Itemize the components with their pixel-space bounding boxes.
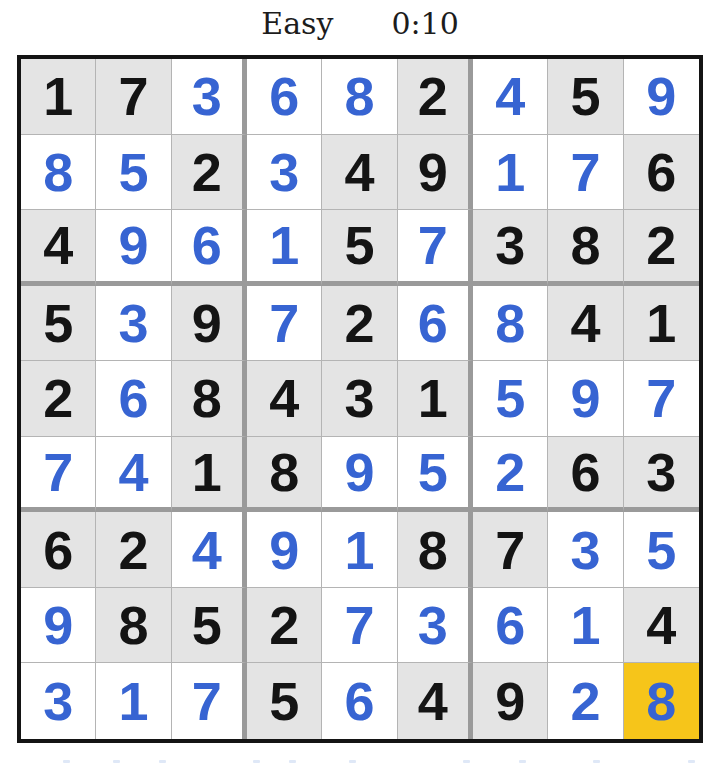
cell-r8c5[interactable]: 7: [322, 588, 397, 664]
cell-r6c4[interactable]: 8: [247, 437, 322, 513]
keypad-peek-mark: [159, 760, 166, 763]
cell-r1c6[interactable]: 2: [398, 59, 473, 135]
keypad-peek-mark: [688, 760, 695, 763]
difficulty-label: Easy: [261, 7, 333, 40]
cell-r9c5[interactable]: 6: [322, 663, 397, 739]
cell-r4c9[interactable]: 1: [624, 286, 699, 362]
cell-r9c6[interactable]: 4: [398, 663, 473, 739]
cell-r7c4[interactable]: 9: [247, 512, 322, 588]
cell-r9c3[interactable]: 7: [172, 663, 247, 739]
cell-r4c1[interactable]: 5: [21, 286, 96, 362]
cell-r7c2[interactable]: 2: [96, 512, 171, 588]
cell-r2c3[interactable]: 2: [172, 135, 247, 211]
cell-r2c9[interactable]: 6: [624, 135, 699, 211]
cell-r1c1[interactable]: 1: [21, 59, 96, 135]
cell-r4c5[interactable]: 2: [322, 286, 397, 362]
cell-r8c3[interactable]: 5: [172, 588, 247, 664]
cell-r3c6[interactable]: 7: [398, 210, 473, 286]
cell-r6c6[interactable]: 5: [398, 437, 473, 513]
sudoku-board: 1736824598523491764961573825397268412684…: [17, 55, 703, 743]
cell-r3c4[interactable]: 1: [247, 210, 322, 286]
cell-r1c5[interactable]: 8: [322, 59, 397, 135]
cell-r8c7[interactable]: 6: [473, 588, 548, 664]
cell-r2c6[interactable]: 9: [398, 135, 473, 211]
cell-r8c6[interactable]: 3: [398, 588, 473, 664]
cell-r5c9[interactable]: 7: [624, 361, 699, 437]
cell-r3c5[interactable]: 5: [322, 210, 397, 286]
timer: 0:10: [391, 7, 458, 40]
cell-r5c5[interactable]: 3: [322, 361, 397, 437]
cell-r4c4[interactable]: 7: [247, 286, 322, 362]
cell-r4c8[interactable]: 4: [548, 286, 623, 362]
cell-r5c3[interactable]: 8: [172, 361, 247, 437]
cell-r2c4[interactable]: 3: [247, 135, 322, 211]
cell-r7c7[interactable]: 7: [473, 512, 548, 588]
cell-r2c5[interactable]: 4: [322, 135, 397, 211]
cell-r5c7[interactable]: 5: [473, 361, 548, 437]
cell-r1c8[interactable]: 5: [548, 59, 623, 135]
cell-r3c7[interactable]: 3: [473, 210, 548, 286]
header-bar: Easy 0:10: [0, 7, 720, 40]
cell-r8c2[interactable]: 8: [96, 588, 171, 664]
cell-r6c3[interactable]: 1: [172, 437, 247, 513]
cell-r3c1[interactable]: 4: [21, 210, 96, 286]
cell-r1c9[interactable]: 9: [624, 59, 699, 135]
cell-r2c8[interactable]: 7: [548, 135, 623, 211]
cell-r7c6[interactable]: 8: [398, 512, 473, 588]
cell-r5c8[interactable]: 9: [548, 361, 623, 437]
keypad-peek-mark: [519, 760, 526, 763]
cell-r4c6[interactable]: 6: [398, 286, 473, 362]
cell-r9c1[interactable]: 3: [21, 663, 96, 739]
cell-r9c9[interactable]: 8: [624, 663, 699, 739]
keypad-peek-mark: [463, 760, 470, 763]
cell-r2c1[interactable]: 8: [21, 135, 96, 211]
cell-r3c9[interactable]: 2: [624, 210, 699, 286]
cell-r5c1[interactable]: 2: [21, 361, 96, 437]
cell-r1c2[interactable]: 7: [96, 59, 171, 135]
cell-r8c9[interactable]: 4: [624, 588, 699, 664]
cell-r8c8[interactable]: 1: [548, 588, 623, 664]
keypad-peek-mark: [113, 760, 120, 763]
cell-r6c9[interactable]: 3: [624, 437, 699, 513]
cell-r5c4[interactable]: 4: [247, 361, 322, 437]
cell-r9c7[interactable]: 9: [473, 663, 548, 739]
sudoku-app: Easy 0:10 173682459852349176496157382539…: [0, 0, 720, 767]
cell-r7c5[interactable]: 1: [322, 512, 397, 588]
cell-r7c1[interactable]: 6: [21, 512, 96, 588]
cell-r9c2[interactable]: 1: [96, 663, 171, 739]
cell-r6c1[interactable]: 7: [21, 437, 96, 513]
cell-r6c2[interactable]: 4: [96, 437, 171, 513]
keypad-peek-mark: [289, 760, 296, 763]
cell-r4c2[interactable]: 3: [96, 286, 171, 362]
cell-r2c2[interactable]: 5: [96, 135, 171, 211]
cell-r3c2[interactable]: 9: [96, 210, 171, 286]
cell-r6c5[interactable]: 9: [322, 437, 397, 513]
cell-r2c7[interactable]: 1: [473, 135, 548, 211]
cell-r8c4[interactable]: 2: [247, 588, 322, 664]
cell-r7c9[interactable]: 5: [624, 512, 699, 588]
keypad-peek-mark: [253, 760, 260, 763]
cell-r4c7[interactable]: 8: [473, 286, 548, 362]
keypad-peek-mark: [349, 760, 356, 763]
cell-r3c8[interactable]: 8: [548, 210, 623, 286]
cell-r1c4[interactable]: 6: [247, 59, 322, 135]
cell-r9c8[interactable]: 2: [548, 663, 623, 739]
cell-r9c4[interactable]: 5: [247, 663, 322, 739]
cell-r8c1[interactable]: 9: [21, 588, 96, 664]
cell-r5c2[interactable]: 6: [96, 361, 171, 437]
cell-r3c3[interactable]: 6: [172, 210, 247, 286]
cell-r6c8[interactable]: 6: [548, 437, 623, 513]
cell-r7c3[interactable]: 4: [172, 512, 247, 588]
cell-r7c8[interactable]: 3: [548, 512, 623, 588]
cell-r6c7[interactable]: 2: [473, 437, 548, 513]
cell-r4c3[interactable]: 9: [172, 286, 247, 362]
cell-r1c7[interactable]: 4: [473, 59, 548, 135]
keypad-peek-mark: [593, 760, 600, 763]
cell-r5c6[interactable]: 1: [398, 361, 473, 437]
keypad-peek-mark: [63, 760, 70, 763]
cell-r1c3[interactable]: 3: [172, 59, 247, 135]
